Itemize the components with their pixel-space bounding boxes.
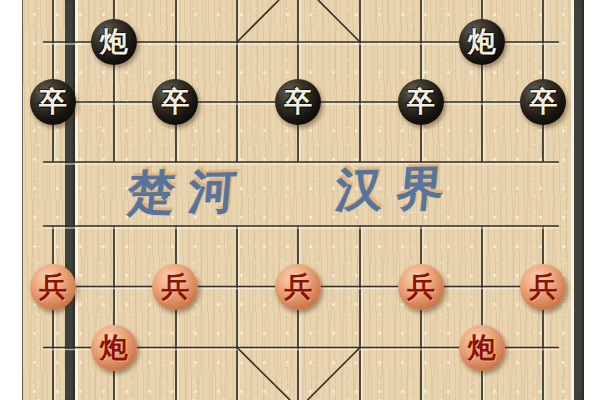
piece-black-soldier[interactable]: 卒 (152, 79, 198, 125)
piece-red-soldier[interactable]: 兵 (152, 264, 198, 310)
piece-glyph: 炮 (468, 23, 496, 61)
piece-black-cannon[interactable]: 炮 (459, 19, 505, 65)
piece-glyph: 兵 (529, 268, 557, 306)
piece-glyph: 炮 (100, 329, 128, 367)
piece-black-soldier[interactable]: 卒 (398, 79, 444, 125)
piece-red-soldier[interactable]: 兵 (275, 264, 321, 310)
piece-glyph: 卒 (161, 83, 189, 121)
xiangqi-screenshot: 楚河 汉界 炮炮卒卒卒卒卒兵兵兵兵兵炮炮 (0, 0, 600, 400)
piece-black-soldier[interactable]: 卒 (520, 79, 566, 125)
piece-red-cannon[interactable]: 炮 (91, 325, 137, 371)
piece-black-soldier[interactable]: 卒 (30, 79, 76, 125)
piece-black-cannon[interactable]: 炮 (91, 19, 137, 65)
piece-glyph: 炮 (100, 23, 128, 61)
piece-red-cannon[interactable]: 炮 (459, 325, 505, 371)
piece-glyph: 卒 (284, 83, 312, 121)
piece-red-soldier[interactable]: 兵 (398, 264, 444, 310)
piece-glyph: 卒 (407, 83, 435, 121)
piece-glyph: 炮 (468, 329, 496, 367)
piece-glyph: 卒 (529, 83, 557, 121)
piece-glyph: 卒 (39, 83, 67, 121)
piece-glyph: 兵 (39, 268, 67, 306)
piece-glyph: 兵 (407, 268, 435, 306)
piece-glyph: 兵 (284, 268, 312, 306)
piece-glyph: 兵 (161, 268, 189, 306)
pieces-layer: 炮炮卒卒卒卒卒兵兵兵兵兵炮炮 (22, 12, 574, 378)
piece-red-soldier[interactable]: 兵 (520, 264, 566, 310)
piece-red-soldier[interactable]: 兵 (30, 264, 76, 310)
piece-black-soldier[interactable]: 卒 (275, 79, 321, 125)
